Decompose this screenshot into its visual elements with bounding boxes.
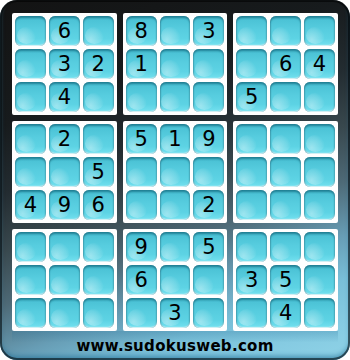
given-digit: 5 [279,270,292,291]
given-digit: 6 [92,195,105,216]
cell-r1c9[interactable] [304,16,335,46]
cell-r3c7[interactable]: 5 [236,82,267,112]
cell-r5c9[interactable] [304,157,335,187]
cell-r3c1[interactable] [15,82,46,112]
cell-r5c8[interactable] [270,157,301,187]
cell-r3c2[interactable]: 4 [49,82,80,112]
cell-r5c7[interactable] [236,157,267,187]
cell-r2c8[interactable]: 6 [270,49,301,79]
given-digit: 4 [313,54,326,75]
cell-r6c1[interactable]: 4 [15,190,46,220]
sudoku-board: 63248316452549651929563354 [12,13,338,331]
cell-r8c9[interactable] [304,265,335,295]
puzzle-card: 63248316452549651929563354 www.sudokuswe… [0,0,350,360]
cell-r9c4[interactable] [126,298,157,328]
cell-r8c6[interactable] [193,265,224,295]
cell-r5c1[interactable] [15,157,46,187]
cell-r7c6[interactable]: 5 [193,232,224,262]
cell-r5c2[interactable] [49,157,80,187]
given-digit: 3 [168,303,181,324]
cell-r5c4[interactable] [126,157,157,187]
cell-r9c5[interactable]: 3 [160,298,191,328]
cell-r8c5[interactable] [160,265,191,295]
cell-r3c4[interactable] [126,82,157,112]
given-digit: 9 [202,129,215,150]
cell-r7c8[interactable] [270,232,301,262]
cell-r4c6[interactable]: 9 [193,124,224,154]
cell-r7c1[interactable] [15,232,46,262]
cell-r1c2[interactable]: 6 [49,16,80,46]
cell-r1c1[interactable] [15,16,46,46]
cell-r6c5[interactable] [160,190,191,220]
cell-r2c7[interactable] [236,49,267,79]
cell-r8c1[interactable] [15,265,46,295]
given-digit: 5 [202,237,215,258]
box-2-2: 5192 [123,121,228,223]
box-3-3: 354 [233,229,338,331]
given-digit: 4 [58,87,71,108]
cell-r7c7[interactable] [236,232,267,262]
cell-r2c5[interactable] [160,49,191,79]
cell-r6c3[interactable]: 6 [83,190,114,220]
cell-r9c9[interactable] [304,298,335,328]
given-digit: 9 [134,237,147,258]
given-digit: 5 [245,87,258,108]
given-digit: 5 [134,129,147,150]
box-1-3: 645 [233,13,338,115]
cell-r6c7[interactable] [236,190,267,220]
given-digit: 3 [202,21,215,42]
cell-r3c6[interactable] [193,82,224,112]
cell-r9c3[interactable] [83,298,114,328]
cell-r5c5[interactable] [160,157,191,187]
cell-r4c8[interactable] [270,124,301,154]
cell-r5c6[interactable] [193,157,224,187]
cell-r2c2[interactable]: 3 [49,49,80,79]
cell-r4c5[interactable]: 1 [160,124,191,154]
cell-r6c9[interactable] [304,190,335,220]
given-digit: 1 [168,129,181,150]
cell-r5c3[interactable]: 5 [83,157,114,187]
given-digit: 5 [92,162,105,183]
box-1-1: 6324 [12,13,117,115]
cell-r4c1[interactable] [15,124,46,154]
given-digit: 3 [245,270,258,291]
cell-r4c9[interactable] [304,124,335,154]
cell-r9c2[interactable] [49,298,80,328]
cell-r6c6[interactable]: 2 [193,190,224,220]
cell-r7c3[interactable] [83,232,114,262]
cell-r9c7[interactable] [236,298,267,328]
cell-r4c2[interactable]: 2 [49,124,80,154]
cell-r1c8[interactable] [270,16,301,46]
cell-r2c9[interactable]: 4 [304,49,335,79]
cell-r9c8[interactable]: 4 [270,298,301,328]
cell-r1c6[interactable]: 3 [193,16,224,46]
given-digit: 2 [202,195,215,216]
cell-r7c9[interactable] [304,232,335,262]
cell-r3c8[interactable] [270,82,301,112]
cell-r1c3[interactable] [83,16,114,46]
cell-r1c4[interactable]: 8 [126,16,157,46]
box-2-3 [233,121,338,223]
cell-r2c1[interactable] [15,49,46,79]
cell-r6c2[interactable]: 9 [49,190,80,220]
given-digit: 9 [58,195,71,216]
cell-r4c4[interactable]: 5 [126,124,157,154]
sudoku-puzzle-image: 63248316452549651929563354 www.sudokuswe… [0,0,350,360]
cell-r3c3[interactable] [83,82,114,112]
cell-r4c3[interactable] [83,124,114,154]
cell-r1c7[interactable] [236,16,267,46]
cell-r9c6[interactable] [193,298,224,328]
given-digit: 8 [134,21,147,42]
cell-r4c7[interactable] [236,124,267,154]
cell-r1c5[interactable] [160,16,191,46]
cell-r8c2[interactable] [49,265,80,295]
cell-r8c8[interactable]: 5 [270,265,301,295]
website-url[interactable]: www.sudokusweb.com [76,337,273,355]
cell-r9c1[interactable] [15,298,46,328]
box-3-1 [12,229,117,331]
given-digit: 2 [58,129,71,150]
cell-r6c8[interactable] [270,190,301,220]
cell-r2c6[interactable] [193,49,224,79]
given-digit: 3 [58,54,71,75]
cell-r3c5[interactable] [160,82,191,112]
box-1-2: 831 [123,13,228,115]
cell-r8c7[interactable]: 3 [236,265,267,295]
given-digit: 4 [24,195,37,216]
cell-r8c3[interactable] [83,265,114,295]
cell-r7c2[interactable] [49,232,80,262]
cell-r3c9[interactable] [304,82,335,112]
box-3-2: 9563 [123,229,228,331]
given-digit: 6 [58,21,71,42]
cell-r7c4[interactable]: 9 [126,232,157,262]
box-2-1: 25496 [12,121,117,223]
given-digit: 6 [279,54,292,75]
cell-r2c4[interactable]: 1 [126,49,157,79]
given-digit: 1 [134,54,147,75]
footer: www.sudokusweb.com [12,331,338,360]
cell-r7c5[interactable] [160,232,191,262]
cell-r2c3[interactable]: 2 [83,49,114,79]
given-digit: 6 [134,270,147,291]
given-digit: 2 [92,54,105,75]
cell-r8c4[interactable]: 6 [126,265,157,295]
given-digit: 4 [279,303,292,324]
cell-r6c4[interactable] [126,190,157,220]
